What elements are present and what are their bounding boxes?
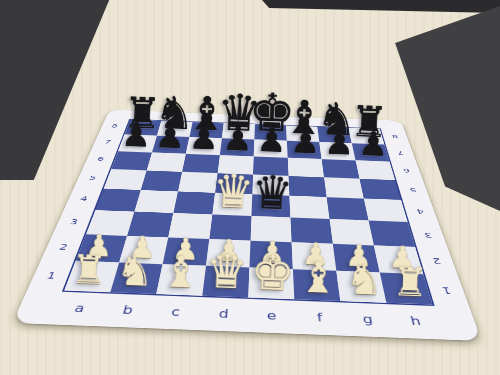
square-b6[interactable] [147,152,186,171]
ranks-right-4: 4 [415,208,424,216]
ranks-right-7: 7 [396,150,404,156]
square-d4[interactable]: ♛ [212,193,252,216]
square-b4[interactable] [134,190,178,213]
piece-black-pawn-e7[interactable]: ♟ [256,122,287,156]
ranks-right-8: 8 [391,134,399,139]
square-c7[interactable]: ♟ [186,137,222,155]
ranks-left-7: 7 [104,139,112,145]
files-bottom-c: c [170,305,181,319]
square-g1[interactable]: ♞ [336,271,386,303]
piece-white-bishop-f1[interactable]: ♝ [298,255,338,300]
piece-white-queen-d1[interactable]: ♛ [204,248,248,296]
files-top-c: c [206,115,212,120]
square-h1[interactable]: ♜ [380,272,433,304]
square-b5[interactable] [141,170,182,191]
piece-black-pawn-c7[interactable]: ♟ [188,120,219,154]
square-g7[interactable]: ♟ [319,142,355,160]
ranks-left-4: 4 [79,195,89,203]
files-bottom-g: g [361,312,373,326]
square-g6[interactable] [322,159,360,179]
ranks-left-3: 3 [69,217,80,225]
files-top-g: g [330,120,336,125]
square-f4[interactable] [289,196,329,219]
square-d1[interactable]: ♛ [202,266,249,298]
ranks-left-5: 5 [88,174,97,181]
ranks-right-5: 5 [408,187,417,194]
square-a5[interactable] [104,169,147,190]
square-e7[interactable]: ♟ [254,140,288,158]
ranks-right-1: 1 [440,285,452,296]
files-bottom-f: f [316,310,323,324]
square-f5[interactable] [289,176,327,197]
files-bottom-b: b [121,303,134,317]
square-e4[interactable]: ♛ [251,194,290,217]
files-top-e: e [268,118,273,123]
ranks-left-1: 1 [45,270,57,280]
piece-white-queen-d4[interactable]: ♛ [211,168,254,216]
files-bottom-a: a [73,301,87,315]
files-top-b: b [174,114,181,119]
square-g4[interactable] [327,197,369,221]
piece-white-bishop-c1[interactable]: ♝ [160,250,200,295]
files-top-d: d [237,116,243,121]
square-f7[interactable]: ♟ [287,141,322,159]
piece-black-pawn-h7[interactable]: ♟ [357,126,388,160]
piece-black-pawn-a7[interactable]: ♟ [120,117,151,151]
piece-black-queen-e4[interactable]: ♛ [250,169,293,217]
square-c4[interactable] [173,191,215,214]
ranks-left-2: 2 [58,242,70,251]
ranks-right-2: 2 [431,257,442,267]
piece-white-rook-h1[interactable]: ♜ [391,262,428,303]
piece-white-king-e1[interactable]: ♚ [249,247,295,297]
chess-board: ♜♞♝♛♚♝♞♜♟♟♟♟♟♟♟♟♛♛♟♟♟♟♟♟♟♟♜♞♝♛♚♝♞♜ [62,119,435,306]
square-h6[interactable] [355,160,394,180]
ranks-left-6: 6 [96,156,105,162]
piece-black-pawn-g7[interactable]: ♟ [324,125,355,159]
square-h7[interactable]: ♟ [352,143,390,161]
piece-black-pawn-d7[interactable]: ♟ [222,121,253,155]
chess-set-photo: abcdefgh 87654321 87654321 abcdefgh ♜♞♝♛… [0,0,500,375]
files-bottom-d: d [218,306,229,320]
square-e1[interactable]: ♚ [248,267,294,299]
square-a6[interactable] [111,151,152,170]
files-top-h: h [361,121,368,126]
square-h4[interactable] [364,199,408,223]
square-h5[interactable] [359,178,401,200]
square-a4[interactable] [95,189,141,212]
square-b1[interactable]: ♞ [110,262,162,294]
piece-white-knight-g1[interactable]: ♞ [344,258,383,302]
square-c1[interactable]: ♝ [156,264,206,296]
square-g5[interactable] [324,177,364,198]
piece-black-pawn-b7[interactable]: ♟ [154,119,185,153]
files-bottom-h: h [409,314,422,328]
square-b7[interactable]: ♟ [152,136,189,154]
square-f1[interactable]: ♝ [293,269,340,301]
files-bottom-e: e [267,308,277,322]
piece-white-knight-b1[interactable]: ♞ [115,249,154,293]
piece-white-rook-a1[interactable]: ♜ [70,250,107,291]
piece-black-pawn-f7[interactable]: ♟ [290,124,321,158]
ranks-left-8: 8 [111,123,119,128]
files-top-f: f [300,119,304,124]
ranks-right-6: 6 [402,167,410,173]
square-d7[interactable]: ♟ [220,138,255,156]
square-a7[interactable]: ♟ [118,135,157,153]
ranks-right-3: 3 [423,231,433,240]
